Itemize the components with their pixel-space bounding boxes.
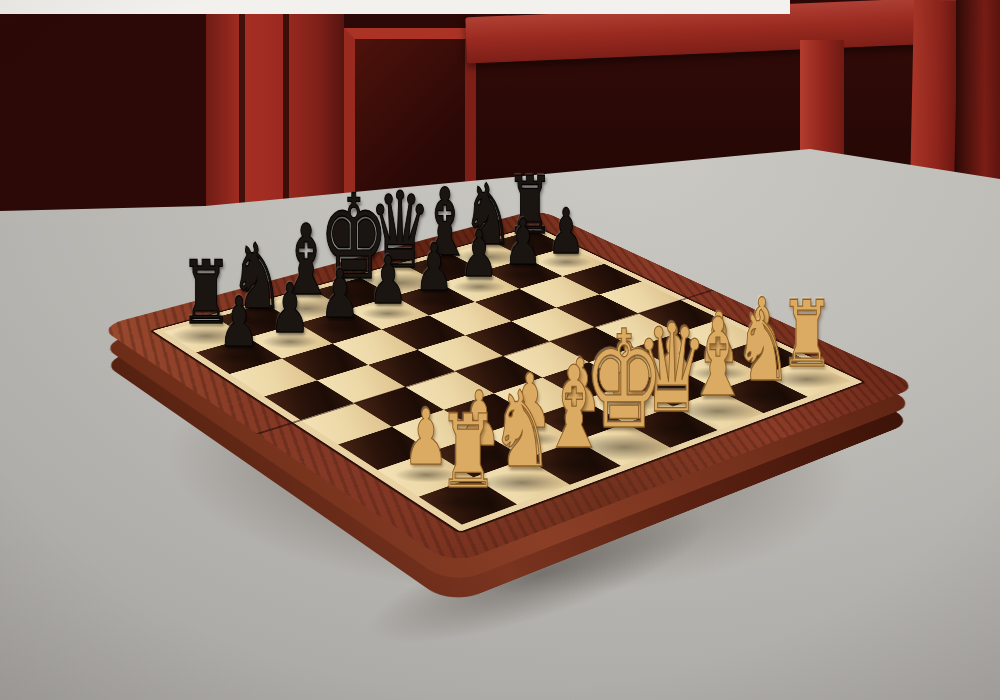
piece-black-pawn[interactable]: ♟ — [460, 224, 498, 288]
piece-black-pawn[interactable]: ♟ — [219, 288, 260, 357]
photo-stage: ♜♞♝♚♛♝♞♜♟♟♟♟♟♟♟♟♟♟♟♟♟♟♟♟♜♞♝♚♛♝♞♜ — [0, 0, 1000, 700]
piece-black-pawn[interactable]: ♟ — [368, 248, 407, 314]
piece-black-pawn[interactable]: ♟ — [415, 236, 454, 301]
piece-black-pawn[interactable]: ♟ — [320, 261, 360, 328]
piece-black-pawn[interactable]: ♟ — [547, 200, 584, 263]
piece-black-pawn[interactable]: ♟ — [504, 212, 542, 275]
ceiling-strip — [0, 0, 790, 14]
piece-black-pawn[interactable]: ♟ — [270, 275, 310, 343]
piece-white-rook[interactable]: ♜ — [438, 401, 499, 503]
cabinet-right-edge — [956, 0, 1000, 195]
piece-white-knight[interactable]: ♞ — [490, 379, 552, 484]
